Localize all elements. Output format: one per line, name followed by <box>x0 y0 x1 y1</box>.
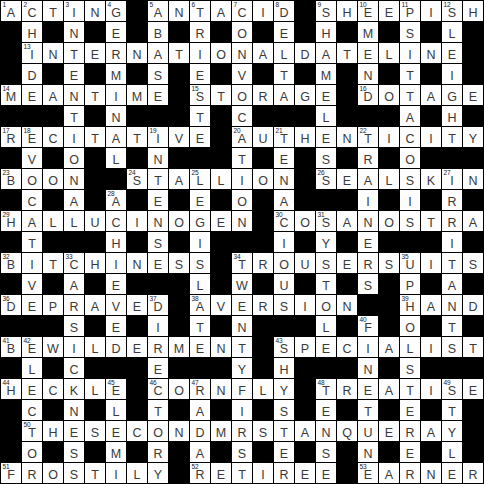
cell-r17c23[interactable]: T <box>463 337 483 357</box>
cell-r23c22[interactable]: E <box>442 463 462 483</box>
cell-r14c22[interactable]: A <box>442 274 462 294</box>
cell-r3c7[interactable]: N <box>127 43 147 63</box>
cell-r13c2[interactable]: I <box>22 253 42 273</box>
cell-r7c2[interactable]: 18E <box>22 127 42 147</box>
cell-r23c11[interactable]: E <box>211 463 231 483</box>
cell-r9c18[interactable]: A <box>358 169 378 189</box>
cell-r3c21[interactable]: N <box>421 43 441 63</box>
cell-r20c18[interactable]: T <box>358 400 378 420</box>
cell-r11c7[interactable]: I <box>127 211 147 231</box>
cell-r3c10[interactable]: I <box>190 43 210 63</box>
cell-r1c13[interactable]: I <box>253 1 273 21</box>
cell-r22c14[interactable]: E <box>274 442 294 462</box>
cell-r19c18[interactable]: E <box>358 379 378 399</box>
cell-r7c23[interactable]: Y <box>463 127 483 147</box>
cell-r13c14[interactable]: O <box>274 253 294 273</box>
cell-r7c20[interactable]: C <box>400 127 420 147</box>
cell-r22c4[interactable]: S <box>64 442 84 462</box>
cell-r17c12[interactable]: T <box>232 337 252 357</box>
cell-r14c4[interactable]: A <box>64 274 84 294</box>
cell-r21c21[interactable]: A <box>421 421 441 441</box>
cell-r15c7[interactable]: E <box>127 295 147 315</box>
cell-r17c20[interactable]: L <box>400 337 420 357</box>
cell-r15c12[interactable]: E <box>232 295 252 315</box>
cell-r23c18[interactable]: 53E <box>358 463 378 483</box>
cell-r19c13[interactable]: L <box>253 379 273 399</box>
cell-r5c8[interactable]: E <box>148 85 168 105</box>
cell-r20c20[interactable]: E <box>400 400 420 420</box>
cell-r5c22[interactable]: G <box>442 85 462 105</box>
cell-r21c8[interactable]: O <box>148 421 168 441</box>
cell-r23c20[interactable]: R <box>400 463 420 483</box>
cell-r1c1[interactable]: 1A <box>1 1 21 21</box>
cell-r1c19[interactable]: E <box>379 1 399 21</box>
cell-r2c22[interactable]: L <box>442 22 462 42</box>
cell-r6c16[interactable]: L <box>316 106 336 126</box>
cell-r2c16[interactable]: H <box>316 22 336 42</box>
cell-r20c22[interactable]: T <box>442 400 462 420</box>
cell-r17c14[interactable]: 43S <box>274 337 294 357</box>
cell-r18c20[interactable]: S <box>400 358 420 378</box>
cell-r13c1[interactable]: 32B <box>1 253 21 273</box>
cell-r7c14[interactable]: 21T <box>274 127 294 147</box>
cell-r11c18[interactable]: N <box>358 211 378 231</box>
cell-r1c21[interactable]: I <box>421 1 441 21</box>
cell-r15c4[interactable]: R <box>64 295 84 315</box>
cell-r8c2[interactable]: V <box>22 148 42 168</box>
cell-r12c16[interactable]: Y <box>316 232 336 252</box>
cell-r17c16[interactable]: E <box>316 337 336 357</box>
cell-r20c2[interactable]: C <box>22 400 42 420</box>
cell-r15c13[interactable]: R <box>253 295 273 315</box>
cell-r17c21[interactable]: I <box>421 337 441 357</box>
cell-r9c12[interactable]: I <box>232 169 252 189</box>
cell-r15c10[interactable]: 38A <box>190 295 210 315</box>
cell-r9c4[interactable]: N <box>64 169 84 189</box>
cell-r3c18[interactable]: E <box>358 43 378 63</box>
cell-r9c1[interactable]: 23B <box>1 169 21 189</box>
cell-r21c17[interactable]: Q <box>337 421 357 441</box>
cell-r3c4[interactable]: T <box>64 43 84 63</box>
cell-r23c8[interactable]: Y <box>148 463 168 483</box>
cell-r2c2[interactable]: H <box>22 22 42 42</box>
cell-r23c16[interactable]: E <box>316 463 336 483</box>
cell-r3c9[interactable]: T <box>169 43 189 63</box>
cell-r9c16[interactable]: 26S <box>316 169 336 189</box>
cell-r19c9[interactable]: O <box>169 379 189 399</box>
cell-r12c22[interactable]: I <box>442 232 462 252</box>
cell-r19c8[interactable]: 46C <box>148 379 168 399</box>
cell-r20c4[interactable]: N <box>64 400 84 420</box>
cell-r1c11[interactable]: A <box>211 1 231 21</box>
cell-r3c14[interactable]: L <box>274 43 294 63</box>
cell-r19c16[interactable]: 48T <box>316 379 336 399</box>
cell-r23c7[interactable]: L <box>127 463 147 483</box>
cell-r9c11[interactable]: L <box>211 169 231 189</box>
cell-r10c4[interactable]: A <box>64 190 84 210</box>
cell-r2c6[interactable]: E <box>106 22 126 42</box>
cell-r8c18[interactable]: R <box>358 148 378 168</box>
cell-r9c22[interactable]: 27I <box>442 169 462 189</box>
cell-r8c16[interactable]: S <box>316 148 336 168</box>
cell-r4c14[interactable]: T <box>274 64 294 84</box>
cell-r1c8[interactable]: 5A <box>148 1 168 21</box>
cell-r12c8[interactable]: S <box>148 232 168 252</box>
cell-r17c17[interactable]: C <box>337 337 357 357</box>
cell-r14c6[interactable]: E <box>106 274 126 294</box>
cell-r17c6[interactable]: D <box>106 337 126 357</box>
cell-r4c12[interactable]: V <box>232 64 252 84</box>
cell-r23c13[interactable]: I <box>253 463 273 483</box>
cell-r22c16[interactable]: S <box>316 442 336 462</box>
cell-r15c22[interactable]: N <box>442 295 462 315</box>
cell-r7c17[interactable]: N <box>337 127 357 147</box>
cell-r9c7[interactable]: 24S <box>127 169 147 189</box>
cell-r5c1[interactable]: 14M <box>1 85 21 105</box>
cell-r5c15[interactable]: G <box>295 85 315 105</box>
cell-r16c10[interactable]: T <box>190 316 210 336</box>
cell-r23c5[interactable]: T <box>85 463 105 483</box>
cell-r1c2[interactable]: 2C <box>22 1 42 21</box>
cell-r11c4[interactable]: L <box>64 211 84 231</box>
cell-r13c12[interactable]: 34T <box>232 253 252 273</box>
cell-r7c12[interactable]: 20A <box>232 127 252 147</box>
cell-r13c6[interactable]: I <box>106 253 126 273</box>
cell-r1c17[interactable]: H <box>337 1 357 21</box>
cell-r19c21[interactable]: I <box>421 379 441 399</box>
cell-r11c5[interactable]: U <box>85 211 105 231</box>
cell-r7c6[interactable]: A <box>106 127 126 147</box>
cell-r13c8[interactable]: E <box>148 253 168 273</box>
cell-r8c12[interactable]: T <box>232 148 252 168</box>
cell-r21c15[interactable]: A <box>295 421 315 441</box>
cell-r1c22[interactable]: 12S <box>442 1 462 21</box>
cell-r21c11[interactable]: M <box>211 421 231 441</box>
cell-r7c3[interactable]: C <box>43 127 63 147</box>
cell-r17c10[interactable]: E <box>190 337 210 357</box>
cell-r13c13[interactable]: R <box>253 253 273 273</box>
cell-r19c19[interactable]: A <box>379 379 399 399</box>
cell-r1c3[interactable]: T <box>43 1 63 21</box>
cell-r12c14[interactable]: I <box>274 232 294 252</box>
cell-r11c8[interactable]: N <box>148 211 168 231</box>
cell-r10c18[interactable]: I <box>358 190 378 210</box>
cell-r15c20[interactable]: 39H <box>400 295 420 315</box>
cell-r22c8[interactable]: R <box>148 442 168 462</box>
cell-r20c16[interactable]: E <box>316 400 336 420</box>
cell-r1c18[interactable]: 10E <box>358 1 378 21</box>
cell-r11c10[interactable]: G <box>190 211 210 231</box>
cell-r6c10[interactable]: T <box>190 106 210 126</box>
cell-r21c16[interactable]: N <box>316 421 336 441</box>
cell-r9c8[interactable]: T <box>148 169 168 189</box>
cell-r21c13[interactable]: S <box>253 421 273 441</box>
cell-r3c12[interactable]: N <box>232 43 252 63</box>
cell-r14c2[interactable]: V <box>22 274 42 294</box>
cell-r11c19[interactable]: O <box>379 211 399 231</box>
cell-r19c12[interactable]: F <box>232 379 252 399</box>
cell-r18c12[interactable]: Y <box>232 358 252 378</box>
cell-r22c22[interactable]: L <box>442 442 462 462</box>
cell-r1c4[interactable]: 3I <box>64 1 84 21</box>
cell-r12c2[interactable]: T <box>22 232 42 252</box>
cell-r7c7[interactable]: T <box>127 127 147 147</box>
cell-r5c10[interactable]: 15S <box>190 85 210 105</box>
cell-r22c20[interactable]: E <box>400 442 420 462</box>
cell-r23c21[interactable]: N <box>421 463 441 483</box>
cell-r5c21[interactable]: A <box>421 85 441 105</box>
cell-r15c2[interactable]: E <box>22 295 42 315</box>
cell-r3c22[interactable]: E <box>442 43 462 63</box>
cell-r21c7[interactable]: C <box>127 421 147 441</box>
cell-r21c10[interactable]: D <box>190 421 210 441</box>
cell-r11c12[interactable]: N <box>232 211 252 231</box>
cell-r20c8[interactable]: T <box>148 400 168 420</box>
cell-r5c11[interactable]: T <box>211 85 231 105</box>
cell-r7c4[interactable]: I <box>64 127 84 147</box>
cell-r19c1[interactable]: 44H <box>1 379 21 399</box>
cell-r15c17[interactable]: N <box>337 295 357 315</box>
cell-r7c8[interactable]: 19I <box>148 127 168 147</box>
cell-r21c9[interactable]: N <box>169 421 189 441</box>
cell-r18c4[interactable]: C <box>64 358 84 378</box>
cell-r23c12[interactable]: T <box>232 463 252 483</box>
cell-r12c18[interactable]: E <box>358 232 378 252</box>
cell-r23c14[interactable]: R <box>274 463 294 483</box>
cell-r1c10[interactable]: 6T <box>190 1 210 21</box>
cell-r2c8[interactable]: B <box>148 22 168 42</box>
cell-r11c17[interactable]: A <box>337 211 357 231</box>
cell-r1c14[interactable]: 8D <box>274 1 294 21</box>
cell-r19c6[interactable]: 45E <box>106 379 126 399</box>
cell-r7c1[interactable]: 17R <box>1 127 21 147</box>
cell-r23c3[interactable]: O <box>43 463 63 483</box>
cell-r17c9[interactable]: M <box>169 337 189 357</box>
cell-r6c6[interactable]: N <box>106 106 126 126</box>
cell-r19c10[interactable]: 47R <box>190 379 210 399</box>
cell-r2c12[interactable]: O <box>232 22 252 42</box>
cell-r14c10[interactable]: L <box>190 274 210 294</box>
cell-r2c14[interactable]: E <box>274 22 294 42</box>
cell-r23c1[interactable]: 51F <box>1 463 21 483</box>
cell-r14c20[interactable]: P <box>400 274 420 294</box>
cell-r7c13[interactable]: U <box>253 127 273 147</box>
cell-r9c3[interactable]: O <box>43 169 63 189</box>
cell-r11c3[interactable]: L <box>43 211 63 231</box>
cell-r15c16[interactable]: O <box>316 295 336 315</box>
cell-r13c3[interactable]: T <box>43 253 63 273</box>
cell-r14c12[interactable]: W <box>232 274 252 294</box>
cell-r2c18[interactable]: M <box>358 22 378 42</box>
cell-r11c2[interactable]: A <box>22 211 42 231</box>
cell-r11c9[interactable]: O <box>169 211 189 231</box>
cell-r16c16[interactable]: L <box>316 316 336 336</box>
cell-r8c20[interactable]: O <box>400 148 420 168</box>
cell-r10c12[interactable]: O <box>232 190 252 210</box>
cell-r17c7[interactable]: E <box>127 337 147 357</box>
cell-r18c2[interactable]: L <box>22 358 42 378</box>
cell-r17c18[interactable]: I <box>358 337 378 357</box>
cell-r14c14[interactable]: U <box>274 274 294 294</box>
cell-r15c6[interactable]: V <box>106 295 126 315</box>
cell-r10c20[interactable]: I <box>400 190 420 210</box>
cell-r21c22[interactable]: Y <box>442 421 462 441</box>
cell-r14c18[interactable]: S <box>358 274 378 294</box>
cell-r19c22[interactable]: 49S <box>442 379 462 399</box>
cell-r6c4[interactable]: T <box>64 106 84 126</box>
cell-r19c3[interactable]: C <box>43 379 63 399</box>
cell-r13c23[interactable]: S <box>463 253 483 273</box>
cell-r15c3[interactable]: P <box>43 295 63 315</box>
cell-r3c19[interactable]: L <box>379 43 399 63</box>
cell-r23c15[interactable]: E <box>295 463 315 483</box>
cell-r15c15[interactable]: I <box>295 295 315 315</box>
cell-r9c23[interactable]: N <box>463 169 483 189</box>
cell-r15c8[interactable]: 37D <box>148 295 168 315</box>
cell-r17c11[interactable]: N <box>211 337 231 357</box>
cell-r19c17[interactable]: R <box>337 379 357 399</box>
cell-r11c6[interactable]: C <box>106 211 126 231</box>
cell-r11c22[interactable]: R <box>442 211 462 231</box>
cell-r17c1[interactable]: 41B <box>1 337 21 357</box>
cell-r4c4[interactable]: E <box>64 64 84 84</box>
cell-r13c19[interactable]: S <box>379 253 399 273</box>
cell-r3c5[interactable]: E <box>85 43 105 63</box>
cell-r3c17[interactable]: T <box>337 43 357 63</box>
cell-r5c5[interactable]: T <box>85 85 105 105</box>
cell-r4c20[interactable]: T <box>400 64 420 84</box>
cell-r15c23[interactable]: D <box>463 295 483 315</box>
cell-r15c1[interactable]: 36D <box>1 295 21 315</box>
cell-r10c22[interactable]: R <box>442 190 462 210</box>
cell-r18c14[interactable]: H <box>274 358 294 378</box>
cell-r3c16[interactable]: A <box>316 43 336 63</box>
cell-r21c3[interactable]: H <box>43 421 63 441</box>
cell-r10c14[interactable]: A <box>274 190 294 210</box>
cell-r17c15[interactable]: P <box>295 337 315 357</box>
cell-r13c9[interactable]: S <box>169 253 189 273</box>
cell-r21c4[interactable]: E <box>64 421 84 441</box>
cell-r13c4[interactable]: 33C <box>64 253 84 273</box>
cell-r22c2[interactable]: O <box>22 442 42 462</box>
cell-r11c23[interactable]: A <box>463 211 483 231</box>
cell-r1c9[interactable]: N <box>169 1 189 21</box>
cell-r13c16[interactable]: S <box>316 253 336 273</box>
cell-r9c2[interactable]: O <box>22 169 42 189</box>
cell-r5c20[interactable]: T <box>400 85 420 105</box>
cell-r5c16[interactable]: E <box>316 85 336 105</box>
cell-r5c2[interactable]: E <box>22 85 42 105</box>
cell-r5c3[interactable]: A <box>43 85 63 105</box>
cell-r3c6[interactable]: R <box>106 43 126 63</box>
cell-r4c22[interactable]: I <box>442 64 462 84</box>
cell-r21c5[interactable]: S <box>85 421 105 441</box>
cell-r3c11[interactable]: O <box>211 43 231 63</box>
cell-r17c22[interactable]: S <box>442 337 462 357</box>
cell-r23c23[interactable]: R <box>463 463 483 483</box>
cell-r3c20[interactable]: I <box>400 43 420 63</box>
cell-r11c20[interactable]: S <box>400 211 420 231</box>
cell-r2c20[interactable]: S <box>400 22 420 42</box>
cell-r8c14[interactable]: E <box>274 148 294 168</box>
cell-r16c4[interactable]: S <box>64 316 84 336</box>
cell-r19c11[interactable]: N <box>211 379 231 399</box>
cell-r5c12[interactable]: O <box>232 85 252 105</box>
cell-r11c21[interactable]: T <box>421 211 441 231</box>
cell-r6c22[interactable]: H <box>442 106 462 126</box>
cell-r23c6[interactable]: I <box>106 463 126 483</box>
cell-r6c12[interactable]: C <box>232 106 252 126</box>
cell-r22c10[interactable]: A <box>190 442 210 462</box>
cell-r15c11[interactable]: V <box>211 295 231 315</box>
cell-r16c8[interactable]: I <box>148 316 168 336</box>
cell-r7c10[interactable]: E <box>190 127 210 147</box>
cell-r21c2[interactable]: 50T <box>22 421 42 441</box>
cell-r21c12[interactable]: R <box>232 421 252 441</box>
cell-r5c18[interactable]: 16D <box>358 85 378 105</box>
cell-r5c13[interactable]: R <box>253 85 273 105</box>
cell-r11c1[interactable]: 29H <box>1 211 21 231</box>
cell-r16c22[interactable]: T <box>442 316 462 336</box>
cell-r16c20[interactable]: O <box>400 316 420 336</box>
cell-r13c21[interactable]: I <box>421 253 441 273</box>
cell-r8c6[interactable]: L <box>106 148 126 168</box>
cell-r7c21[interactable]: I <box>421 127 441 147</box>
cell-r23c10[interactable]: 52R <box>190 463 210 483</box>
cell-r3c15[interactable]: D <box>295 43 315 63</box>
cell-r13c18[interactable]: R <box>358 253 378 273</box>
cell-r22c12[interactable]: S <box>232 442 252 462</box>
cell-r13c22[interactable]: T <box>442 253 462 273</box>
cell-r11c11[interactable]: E <box>211 211 231 231</box>
cell-r23c19[interactable]: A <box>379 463 399 483</box>
cell-r16c18[interactable]: 40F <box>358 316 378 336</box>
cell-r2c10[interactable]: R <box>190 22 210 42</box>
cell-r21c18[interactable]: U <box>358 421 378 441</box>
cell-r7c19[interactable]: I <box>379 127 399 147</box>
cell-r19c4[interactable]: K <box>64 379 84 399</box>
cell-r13c5[interactable]: H <box>85 253 105 273</box>
cell-r12c10[interactable]: I <box>190 232 210 252</box>
cell-r9c20[interactable]: S <box>400 169 420 189</box>
cell-r1c20[interactable]: 11P <box>400 1 420 21</box>
cell-r5c23[interactable]: E <box>463 85 483 105</box>
cell-r4c6[interactable]: M <box>106 64 126 84</box>
cell-r21c20[interactable]: R <box>400 421 420 441</box>
cell-r15c21[interactable]: A <box>421 295 441 315</box>
cell-r1c23[interactable]: H <box>463 1 483 21</box>
cell-r3c13[interactable]: A <box>253 43 273 63</box>
cell-r4c8[interactable]: S <box>148 64 168 84</box>
cell-r20c12[interactable]: I <box>232 400 252 420</box>
cell-r5c19[interactable]: O <box>379 85 399 105</box>
cell-r23c4[interactable]: S <box>64 463 84 483</box>
cell-r8c8[interactable]: N <box>148 148 168 168</box>
cell-r19c20[interactable]: T <box>400 379 420 399</box>
cell-r12c6[interactable]: H <box>106 232 126 252</box>
cell-r3c2[interactable]: 13I <box>22 43 42 63</box>
cell-r17c8[interactable]: R <box>148 337 168 357</box>
cell-r1c16[interactable]: 9S <box>316 1 336 21</box>
cell-r9c10[interactable]: 25L <box>190 169 210 189</box>
cell-r19c5[interactable]: L <box>85 379 105 399</box>
cell-r21c14[interactable]: T <box>274 421 294 441</box>
cell-r9c14[interactable]: N <box>274 169 294 189</box>
cell-r17c2[interactable]: 42E <box>22 337 42 357</box>
cell-r7c15[interactable]: H <box>295 127 315 147</box>
cell-r1c5[interactable]: N <box>85 1 105 21</box>
cell-r9c13[interactable]: O <box>253 169 273 189</box>
